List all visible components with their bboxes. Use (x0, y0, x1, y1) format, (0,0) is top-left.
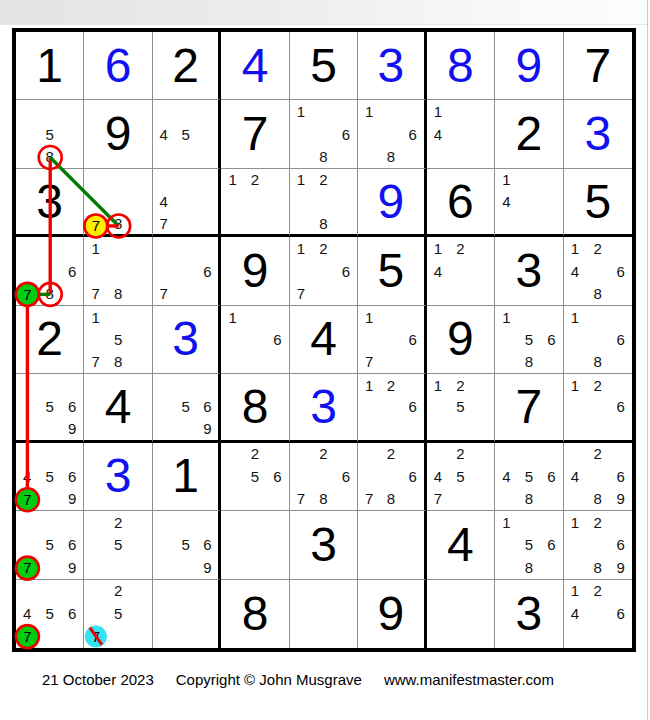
empty-slot (107, 306, 129, 328)
empty-slot (564, 418, 587, 440)
cell-r7c1[interactable]: 45679 (16, 443, 84, 511)
empty-slot (449, 418, 471, 440)
empty-slot (449, 625, 471, 648)
cell-r3c1[interactable]: 3 (16, 169, 84, 237)
candidate-2: 2 (586, 237, 609, 259)
candidates (153, 580, 218, 648)
candidate-9: 9 (609, 556, 632, 578)
candidates: 14 (427, 100, 494, 167)
candidates: 1568 (495, 306, 562, 373)
empty-slot (312, 580, 334, 603)
digit: 3 (564, 100, 632, 167)
candidate-2: 2 (312, 443, 334, 465)
empty-slot (16, 396, 38, 418)
empty-slot (197, 511, 219, 533)
cell-r4c8[interactable]: 3 (495, 237, 563, 305)
candidate-6: 6 (609, 396, 632, 418)
candidate-6: 6 (197, 260, 219, 282)
candidate-6: 6 (335, 260, 357, 282)
cell-r1c4[interactable]: 4 (221, 32, 289, 100)
empty-slot (312, 282, 334, 304)
candidate-1: 1 (84, 306, 106, 328)
empty-slot (609, 511, 632, 533)
empty-slot (335, 169, 357, 191)
empty-slot (221, 351, 243, 373)
empty-slot (266, 306, 288, 328)
empty-slot (84, 534, 106, 556)
cell-r5c8[interactable]: 1568 (495, 306, 563, 374)
empty-slot (266, 556, 288, 578)
cell-r4c7[interactable]: 124 (427, 237, 495, 305)
cell-r3c7[interactable]: 6 (427, 169, 495, 237)
empty-slot (153, 396, 175, 418)
digit: 2 (495, 100, 562, 167)
empty-slot (472, 145, 494, 167)
empty-slot (153, 418, 175, 440)
empty-slot (427, 625, 449, 648)
cell-r2c3[interactable]: 45 (153, 100, 221, 168)
candidate-1: 1 (495, 169, 517, 191)
cell-r5c3[interactable]: 3 (153, 306, 221, 374)
candidate-8: 8 (586, 488, 609, 510)
empty-slot (84, 602, 106, 625)
candidate-5: 5 (38, 123, 60, 145)
candidate-5: 5 (38, 534, 60, 556)
cell-r6c5[interactable]: 3 (290, 374, 358, 442)
empty-slot (586, 328, 609, 350)
cell-r1c3[interactable]: 2 (153, 32, 221, 100)
empty-slot (609, 374, 632, 396)
cell-r9c1[interactable]: 4567 (16, 580, 84, 648)
cell-r7c6[interactable]: 2678 (358, 443, 426, 511)
empty-slot (153, 602, 175, 625)
candidate-1: 1 (427, 237, 449, 259)
candidate-8: 8 (380, 488, 402, 510)
cell-r4c2[interactable]: 178 (84, 237, 152, 305)
candidate-4: 4 (564, 260, 587, 282)
empty-slot (61, 282, 83, 304)
digit: 7 (564, 32, 632, 99)
empty-slot (197, 191, 219, 213)
empty-slot (197, 237, 219, 259)
cell-r8c1[interactable]: 5679 (16, 511, 84, 579)
digit: 2 (153, 32, 218, 99)
cell-r9c5[interactable] (290, 580, 358, 648)
empty-slot (16, 237, 38, 259)
empty-slot (449, 488, 471, 510)
empty-slot (495, 443, 517, 465)
candidate-5: 5 (244, 465, 266, 487)
candidate-4: 4 (495, 191, 517, 213)
cell-r1c9[interactable]: 7 (564, 32, 632, 100)
cell-r2c1[interactable]: 58 (16, 100, 84, 168)
empty-slot (449, 580, 471, 603)
candidates: 25 (84, 511, 151, 578)
empty-slot (358, 418, 380, 440)
cell-r1c8[interactable]: 9 (495, 32, 563, 100)
empty-slot (609, 351, 632, 373)
empty-slot (197, 580, 219, 603)
cell-r2c7[interactable]: 14 (427, 100, 495, 168)
digit: 8 (427, 32, 494, 99)
cell-r8c3[interactable]: 569 (153, 511, 221, 579)
empty-slot (380, 351, 402, 373)
empty-slot (402, 374, 424, 396)
empty-slot (312, 191, 334, 213)
candidate-4: 4 (16, 602, 38, 625)
cell-r5c6[interactable]: 167 (358, 306, 426, 374)
candidate-8: 8 (380, 145, 402, 167)
candidate-8: 8 (312, 488, 334, 510)
empty-slot (16, 260, 38, 282)
cell-r3c3[interactable]: 47 (153, 169, 221, 237)
empty-slot (449, 260, 471, 282)
empty-slot (153, 374, 175, 396)
cell-r1c1[interactable]: 1 (16, 32, 84, 100)
candidate-7: 7 (84, 282, 106, 304)
cell-r2c9[interactable]: 3 (564, 100, 632, 168)
candidate-5: 5 (175, 396, 197, 418)
empty-slot (244, 191, 266, 213)
candidates: 45679 (16, 443, 83, 510)
cell-r7c5[interactable]: 2678 (290, 443, 358, 511)
empty-slot (38, 100, 60, 122)
candidate-8: 8 (586, 351, 609, 373)
empty-slot (472, 237, 494, 259)
empty-slot (540, 351, 562, 373)
candidate-6: 6 (266, 328, 288, 350)
empty-slot (586, 625, 609, 648)
cell-r4c6[interactable]: 5 (358, 237, 426, 305)
candidate-2: 2 (312, 237, 334, 259)
empty-slot (586, 396, 609, 418)
empty-slot (335, 191, 357, 213)
empty-slot (61, 145, 83, 167)
empty-slot (38, 556, 60, 578)
empty-slot (427, 602, 449, 625)
empty-slot (197, 145, 219, 167)
candidate-1: 1 (564, 580, 587, 603)
empty-slot (244, 534, 266, 556)
cell-r9c3[interactable] (153, 580, 221, 648)
empty-slot (518, 169, 540, 191)
candidate-7: 7 (84, 351, 106, 373)
sudoku-grid: 1624538975894571681681423378471212896145… (12, 28, 636, 652)
digit: 9 (427, 306, 494, 373)
candidate-1: 1 (564, 237, 587, 259)
candidate-6: 6 (61, 260, 83, 282)
empty-slot (335, 488, 357, 510)
cell-r8c8[interactable]: 1568 (495, 511, 563, 579)
candidate-2: 2 (107, 580, 129, 603)
empty-slot (61, 511, 83, 533)
cell-r6c3[interactable]: 569 (153, 374, 221, 442)
empty-slot (129, 213, 151, 235)
candidate-1: 1 (290, 169, 312, 191)
cell-r8c6[interactable] (358, 511, 426, 579)
empty-slot (290, 465, 312, 487)
empty-slot (197, 374, 219, 396)
cell-r5c9[interactable]: 168 (564, 306, 632, 374)
empty-slot (175, 191, 197, 213)
candidate-2: 2 (312, 169, 334, 191)
cell-r4c4[interactable]: 9 (221, 237, 289, 305)
candidates: 47 (153, 169, 218, 234)
empty-slot (312, 625, 334, 648)
candidate-4: 4 (153, 123, 175, 145)
empty-slot (609, 418, 632, 440)
cell-r7c4[interactable]: 256 (221, 443, 289, 511)
empty-slot (61, 580, 83, 603)
empty-slot (16, 123, 38, 145)
empty-slot (564, 556, 587, 578)
empty-slot (472, 625, 494, 648)
cell-r7c8[interactable]: 4568 (495, 443, 563, 511)
candidate-6: 6 (266, 465, 288, 487)
candidate-1: 1 (564, 306, 587, 328)
candidate-8: 8 (312, 145, 334, 167)
empty-slot (312, 260, 334, 282)
empty-slot (495, 351, 517, 373)
candidate-1: 1 (495, 306, 517, 328)
cell-r8c9[interactable]: 12689 (564, 511, 632, 579)
cell-r3c8[interactable]: 14 (495, 169, 563, 237)
empty-slot (380, 465, 402, 487)
cell-r2c2[interactable]: 9 (84, 100, 152, 168)
candidates: 257 (84, 580, 151, 648)
empty-slot (335, 282, 357, 304)
cell-r9c2[interactable]: 257 (84, 580, 152, 648)
candidate-2: 2 (449, 374, 471, 396)
empty-slot (61, 625, 83, 648)
candidate-7: 7 (290, 282, 312, 304)
empty-slot (16, 511, 38, 533)
empty-slot (197, 100, 219, 122)
footer-website: www.manifestmaster.com (384, 671, 554, 688)
candidate-4: 4 (153, 191, 175, 213)
cell-r6c7[interactable]: 125 (427, 374, 495, 442)
cell-r4c9[interactable]: 12468 (564, 237, 632, 305)
digit: 3 (290, 511, 357, 578)
cell-r4c5[interactable]: 1267 (290, 237, 358, 305)
top-gradient-bar (0, 0, 648, 25)
cell-r3c6[interactable]: 9 (358, 169, 426, 237)
empty-slot (244, 351, 266, 373)
digit: 9 (84, 100, 151, 167)
empty-slot (472, 443, 494, 465)
empty-slot (449, 282, 471, 304)
candidate-6: 6 (540, 534, 562, 556)
empty-slot (402, 145, 424, 167)
candidates (221, 511, 288, 578)
empty-slot (244, 328, 266, 350)
empty-slot (290, 145, 312, 167)
cell-r3c9[interactable]: 5 (564, 169, 632, 237)
empty-slot (16, 100, 38, 122)
cell-r8c4[interactable] (221, 511, 289, 579)
candidate-7: 7 (290, 488, 312, 510)
cell-r7c3[interactable]: 1 (153, 443, 221, 511)
candidate-2: 2 (449, 443, 471, 465)
candidate-2: 2 (244, 169, 266, 191)
candidate-4: 4 (16, 465, 38, 487)
cell-r5c4[interactable]: 16 (221, 306, 289, 374)
candidate-1: 1 (358, 306, 380, 328)
cell-r2c5[interactable]: 168 (290, 100, 358, 168)
empty-slot (540, 306, 562, 328)
digit: 1 (153, 443, 218, 510)
empty-slot (358, 534, 380, 556)
empty-slot (472, 100, 494, 122)
empty-slot (564, 396, 587, 418)
cell-r7c7[interactable]: 2457 (427, 443, 495, 511)
empty-slot (221, 556, 243, 578)
digit: 5 (564, 169, 632, 234)
empty-slot (84, 511, 106, 533)
empty-slot (244, 213, 266, 235)
candidates: 125 (427, 374, 494, 439)
candidate-7: 7 (358, 488, 380, 510)
candidate-8: 8 (586, 282, 609, 304)
empty-slot (129, 625, 151, 648)
cell-r4c1[interactable]: 678 (16, 237, 84, 305)
empty-slot (472, 465, 494, 487)
empty-slot (495, 213, 517, 235)
empty-slot (129, 191, 151, 213)
empty-slot (38, 237, 60, 259)
empty-slot (290, 580, 312, 603)
cell-r2c8[interactable]: 2 (495, 100, 563, 168)
candidates: 1568 (495, 511, 562, 578)
cell-r9c7[interactable] (427, 580, 495, 648)
cell-r7c2[interactable]: 3 (84, 443, 152, 511)
candidates: 256 (221, 443, 288, 510)
empty-slot (38, 488, 60, 510)
empty-slot (290, 213, 312, 235)
cell-r6c4[interactable]: 8 (221, 374, 289, 442)
digit: 3 (358, 32, 423, 99)
cell-r6c6[interactable]: 126 (358, 374, 426, 442)
cell-r1c5[interactable]: 5 (290, 32, 358, 100)
empty-slot (495, 488, 517, 510)
candidate-5: 5 (107, 602, 129, 625)
empty-slot (518, 213, 540, 235)
candidate-6: 6 (61, 602, 83, 625)
empty-slot (564, 625, 587, 648)
empty-slot (84, 580, 106, 603)
empty-slot (175, 237, 197, 259)
digit: 3 (153, 306, 218, 373)
cell-r3c2[interactable]: 78 (84, 169, 152, 237)
cell-r1c2[interactable]: 6 (84, 32, 152, 100)
empty-slot (153, 511, 175, 533)
empty-slot (427, 443, 449, 465)
cell-r8c2[interactable]: 25 (84, 511, 152, 579)
empty-slot (107, 191, 129, 213)
cell-r8c5[interactable]: 3 (290, 511, 358, 579)
digit: 3 (495, 580, 562, 648)
empty-slot (540, 191, 562, 213)
empty-slot (402, 418, 424, 440)
empty-slot (358, 556, 380, 578)
empty-slot (495, 556, 517, 578)
empty-slot (153, 145, 175, 167)
cell-r9c9[interactable]: 1246 (564, 580, 632, 648)
cell-r2c4[interactable]: 7 (221, 100, 289, 168)
cell-r8c7[interactable]: 4 (427, 511, 495, 579)
digit: 9 (221, 237, 288, 304)
candidate-1: 1 (564, 511, 587, 533)
empty-slot (175, 145, 197, 167)
empty-slot (129, 534, 151, 556)
cell-r9c6[interactable]: 9 (358, 580, 426, 648)
digit: 4 (427, 511, 494, 578)
candidate-5: 5 (518, 534, 540, 556)
empty-slot (153, 580, 175, 603)
candidate-8: 8 (107, 213, 129, 235)
cell-r1c7[interactable]: 8 (427, 32, 495, 100)
empty-slot (266, 443, 288, 465)
cell-r9c4[interactable]: 8 (221, 580, 289, 648)
cell-r3c4[interactable]: 12 (221, 169, 289, 237)
digit: 5 (358, 237, 423, 304)
candidates: 78 (84, 169, 151, 234)
empty-slot (107, 237, 129, 259)
cell-r5c2[interactable]: 1578 (84, 306, 152, 374)
empty-slot (586, 534, 609, 556)
empty-slot (380, 396, 402, 418)
candidate-6: 6 (402, 465, 424, 487)
cell-r4c3[interactable]: 67 (153, 237, 221, 305)
candidates: 1267 (290, 237, 357, 304)
cell-r3c5[interactable]: 128 (290, 169, 358, 237)
candidates: 2457 (427, 443, 494, 510)
empty-slot (564, 282, 587, 304)
empty-slot (84, 169, 106, 191)
candidates: 16 (221, 306, 288, 373)
cell-r6c9[interactable]: 126 (564, 374, 632, 442)
empty-slot (609, 625, 632, 648)
cell-r6c8[interactable]: 7 (495, 374, 563, 442)
digit: 9 (358, 169, 423, 234)
digit: 3 (495, 237, 562, 304)
empty-slot (540, 511, 562, 533)
cell-r5c5[interactable]: 4 (290, 306, 358, 374)
cell-r6c1[interactable]: 569 (16, 374, 84, 442)
empty-slot (61, 100, 83, 122)
candidate-7: 7 (358, 351, 380, 373)
empty-slot (38, 511, 60, 533)
cell-r5c1[interactable]: 2 (16, 306, 84, 374)
empty-slot (586, 418, 609, 440)
empty-slot (84, 260, 106, 282)
empty-slot (175, 100, 197, 122)
cell-r2c6[interactable]: 168 (358, 100, 426, 168)
cell-r1c6[interactable]: 3 (358, 32, 426, 100)
empty-slot (175, 374, 197, 396)
cell-r9c8[interactable]: 3 (495, 580, 563, 648)
empty-slot (427, 418, 449, 440)
candidate-5: 5 (449, 465, 471, 487)
digit: 4 (290, 306, 357, 373)
empty-slot (449, 123, 471, 145)
empty-slot (358, 443, 380, 465)
candidate-7: 7 (427, 488, 449, 510)
cell-r7c9[interactable]: 24689 (564, 443, 632, 511)
cell-r5c7[interactable]: 9 (427, 306, 495, 374)
cell-r6c2[interactable]: 4 (84, 374, 152, 442)
empty-slot (518, 191, 540, 213)
